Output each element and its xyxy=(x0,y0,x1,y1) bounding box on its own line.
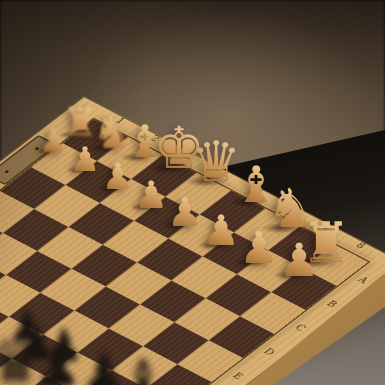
chess-photo-scene: ABCDEFGH87654321 ♜♞♝♚♛♝♞♜♟♟♟♟♟♟♟♟♟♟♛♟♟♟♝ xyxy=(0,0,385,385)
pieces-layer: ♜♞♝♚♛♝♞♜♟♟♟♟♟♟♟♟♟♟♛♟♟♟♝ xyxy=(0,0,385,385)
white-pawn-8: ♟ xyxy=(278,237,319,283)
white-pawn-6: ♟ xyxy=(202,210,240,252)
black-pawn-4: ♟ xyxy=(35,342,82,385)
white-pawn-5: ♟ xyxy=(167,192,203,232)
white-pawn-2: ♟ xyxy=(70,142,100,176)
black-bishop: ♝ xyxy=(120,353,167,385)
white-pawn-1: ♟ xyxy=(39,125,68,157)
white-pawn-7: ♟ xyxy=(239,226,278,270)
white-pawn-4: ♟ xyxy=(134,176,168,214)
white-pawn-3: ♟ xyxy=(102,159,134,195)
